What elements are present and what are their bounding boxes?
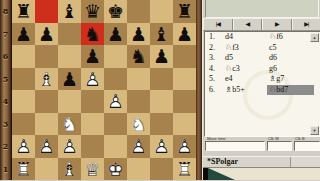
- rank-label-5: 5: [0, 68, 11, 91]
- square-c8[interactable]: ♝: [58, 0, 81, 23]
- go-to-start-button[interactable]: |◀: [203, 19, 233, 30]
- rank-label-1: 1: [0, 158, 11, 181]
- white-bishop-b5: ♝♗: [35, 68, 58, 91]
- square-d3[interactable]: [81, 113, 104, 136]
- clock-black-field[interactable]: [294, 141, 320, 151]
- square-a4[interactable]: [12, 90, 35, 113]
- white-pawn-c2: ♟♙: [58, 135, 81, 158]
- square-e3[interactable]: [104, 113, 127, 136]
- scroll-down-button[interactable]: ▼: [310, 126, 319, 135]
- step-back-button[interactable]: ◀: [233, 19, 263, 30]
- square-g1[interactable]: [150, 158, 173, 181]
- move-row-3: 3.d5d6: [205, 53, 320, 64]
- white-move[interactable]: ♘f3: [225, 43, 239, 54]
- move-number: 3.: [209, 53, 215, 64]
- rank-label-3: 3: [0, 113, 11, 136]
- square-f6[interactable]: ♞: [127, 45, 150, 68]
- black-pawn-h7: ♟: [173, 23, 196, 46]
- square-b1[interactable]: [35, 158, 58, 181]
- white-pawn-d5: ♟♙: [81, 68, 104, 91]
- square-g4[interactable]: [150, 90, 173, 113]
- game-caption-bar: *SPolgar: [203, 156, 320, 168]
- square-g7[interactable]: ♝: [150, 23, 173, 46]
- black-bishop-c8: ♝: [58, 0, 81, 23]
- move-number: 2.: [209, 43, 215, 54]
- white-move[interactable]: d4: [225, 32, 233, 43]
- square-a7[interactable]: ♟: [12, 23, 35, 46]
- square-g2[interactable]: ♟♙: [150, 135, 173, 158]
- black-queen-d8: ♛: [81, 0, 104, 23]
- move-row-1: 1.d4♘f6: [205, 32, 320, 43]
- black-rook-a8: ♜: [12, 0, 35, 23]
- moves-container: 1.d4♘f62.♘f3c53.d5d64.♘c3g65.e4♗g76.♗b5+…: [205, 32, 320, 95]
- black-pawn-b7: ♟: [35, 23, 58, 46]
- move-row-2: 2.♘f3c5: [205, 43, 320, 54]
- black-pawn-e7: ♟: [104, 23, 127, 46]
- move-number: 1.: [209, 32, 215, 43]
- square-c1[interactable]: ♝♗: [58, 158, 81, 181]
- square-f2[interactable]: ♟♙: [127, 135, 150, 158]
- square-e7[interactable]: ♟: [104, 23, 127, 46]
- square-h8[interactable]: ♜: [173, 0, 196, 23]
- black-pawn-c5: ♟: [58, 68, 81, 91]
- white-pawn-a2: ♟♙: [12, 135, 35, 158]
- square-h5[interactable]: [173, 68, 196, 91]
- black-bishop-g7: ♝: [150, 23, 173, 46]
- move-row-5: 5.e4♗g7: [205, 74, 320, 85]
- white-pawn-g2: ♟♙: [150, 135, 173, 158]
- square-h1[interactable]: ♜♖: [173, 158, 196, 181]
- square-c7[interactable]: [58, 23, 81, 46]
- square-c2[interactable]: ♟♙: [58, 135, 81, 158]
- rank-label-8: 8: [0, 0, 11, 23]
- square-b7[interactable]: ♟: [35, 23, 58, 46]
- white-move[interactable]: d5: [225, 53, 233, 64]
- square-a1[interactable]: ♜♖: [12, 158, 35, 181]
- square-b2[interactable]: ♟♙: [35, 135, 58, 158]
- square-b4[interactable]: [35, 90, 58, 113]
- square-e1[interactable]: ♚♔: [104, 158, 127, 181]
- square-f8[interactable]: [127, 0, 150, 23]
- board-rank-labels: 87654321: [0, 0, 12, 180]
- move-number: 4.: [209, 64, 215, 75]
- square-a5[interactable]: [12, 68, 35, 91]
- square-e5[interactable]: [104, 68, 127, 91]
- white-move[interactable]: ♗b5+: [225, 85, 245, 96]
- white-pawn-h2: ♟♙: [173, 135, 196, 158]
- square-d6[interactable]: ♟: [81, 45, 104, 68]
- chess-board[interactable]: ♜♝♛♚♜♟♟♞♟♟♝♟♟♞♟♝♗♟♟♙♟♙♞♘♞♘♟♙♟♙♟♙♟♙♟♙♟♙♜♖…: [12, 0, 196, 180]
- black-move[interactable]: ♘bd7: [267, 85, 314, 96]
- black-move[interactable]: d6: [267, 53, 314, 64]
- scroll-up-button[interactable]: ▲: [310, 33, 319, 42]
- black-pawn-d6: ♟: [81, 45, 104, 68]
- square-d5[interactable]: ♟♙: [81, 68, 104, 91]
- square-d1[interactable]: ♛♕: [81, 158, 104, 181]
- square-e8[interactable]: ♚: [104, 0, 127, 23]
- square-b6[interactable]: [35, 45, 58, 68]
- square-d8[interactable]: ♛: [81, 0, 104, 23]
- board-frame: 87654321 ♜♝♛♚♜♟♟♞♟♟♝♟♟♞♟♝♗♟♟♙♟♙♞♘♞♘♟♙♟♙♟…: [0, 0, 202, 180]
- square-h2[interactable]: ♟♙: [173, 135, 196, 158]
- square-h7[interactable]: ♟: [173, 23, 196, 46]
- black-move[interactable]: ♘f6: [267, 32, 314, 43]
- vcr-controls: |◀◀▶▶|: [203, 18, 320, 31]
- square-f5[interactable]: [127, 68, 150, 91]
- white-knight-c3: ♞♘: [58, 113, 81, 136]
- black-king-e8: ♚: [104, 0, 127, 23]
- black-pawn-g6: ♟: [150, 45, 173, 68]
- square-b5[interactable]: ♝♗: [35, 68, 58, 91]
- game-title[interactable]: *SPolgar: [203, 157, 291, 167]
- caption-bar-spacer: [291, 157, 320, 167]
- square-b3[interactable]: [35, 113, 58, 136]
- white-move[interactable]: ♘c3: [225, 64, 240, 75]
- move-time-field[interactable]: [205, 141, 265, 151]
- square-c5[interactable]: ♟: [58, 68, 81, 91]
- white-pawn-e4: ♟♙: [104, 90, 127, 113]
- white-rook-h1: ♜♖: [173, 158, 196, 181]
- rank-label-6: 6: [0, 45, 11, 68]
- square-h6[interactable]: [173, 45, 196, 68]
- square-g3[interactable]: [150, 113, 173, 136]
- black-move[interactable]: c5: [267, 43, 314, 54]
- sliver-black-edge: [203, 168, 208, 180]
- square-g5[interactable]: [150, 68, 173, 91]
- square-f4[interactable]: [127, 90, 150, 113]
- go-to-end-button[interactable]: ▶|: [292, 19, 320, 30]
- black-pawn-a7: ♟: [12, 23, 35, 46]
- move-number: 5.: [209, 74, 215, 85]
- square-g6[interactable]: ♟: [150, 45, 173, 68]
- square-a3[interactable]: [12, 113, 35, 136]
- square-d7[interactable]: ♞: [81, 23, 104, 46]
- white-knight-f3: ♞♘: [127, 113, 150, 136]
- move-number: 6.: [209, 85, 215, 96]
- square-c4[interactable]: [58, 90, 81, 113]
- black-pawn-f7: ♟: [127, 23, 150, 46]
- black-move[interactable]: g6: [267, 64, 314, 75]
- lower-window-sliver: [203, 168, 320, 180]
- square-f1[interactable]: [127, 158, 150, 181]
- white-pawn-f2: ♟♙: [127, 135, 150, 158]
- white-queen-d1: ♛♕: [81, 158, 104, 181]
- square-g8[interactable]: [150, 0, 173, 23]
- square-d2[interactable]: [81, 135, 104, 158]
- square-e4[interactable]: ♟♙: [104, 90, 127, 113]
- rank-label-7: 7: [0, 23, 11, 46]
- square-a2[interactable]: ♟♙: [12, 135, 35, 158]
- square-h4[interactable]: [173, 90, 196, 113]
- black-rook-h8: ♜: [173, 0, 196, 23]
- notation-panel: |◀◀▶▶| 1.d4♘f62.♘f3c53.d5d64.♘c3g65.e4♗g…: [202, 0, 320, 180]
- square-c6[interactable]: [58, 45, 81, 68]
- white-king-e1: ♚♔: [104, 158, 127, 181]
- square-c3[interactable]: ♞♘: [58, 113, 81, 136]
- square-e2[interactable]: [104, 135, 127, 158]
- black-knight-d7: ♞: [81, 23, 104, 46]
- black-move[interactable]: ♗g7: [267, 74, 314, 85]
- corner-triangle-graphic: [208, 168, 235, 180]
- square-f3[interactable]: ♞♘: [127, 113, 150, 136]
- clock-white-field[interactable]: [267, 141, 292, 151]
- rank-label-4: 4: [0, 90, 11, 113]
- white-rook-a1: ♜♖: [12, 158, 35, 181]
- square-a8[interactable]: ♜: [12, 0, 35, 23]
- white-move[interactable]: e4: [225, 74, 233, 85]
- annotation-box: [205, 0, 319, 18]
- move-row-4: 4.♘c3g6: [205, 64, 320, 75]
- rank-label-2: 2: [0, 135, 11, 158]
- move-row-6: 6.♗b5+♘bd7: [205, 85, 320, 96]
- square-a6[interactable]: [12, 45, 35, 68]
- black-knight-f6: ♞: [127, 45, 150, 68]
- square-e6[interactable]: [104, 45, 127, 68]
- white-bishop-c1: ♝♗: [58, 158, 81, 181]
- step-forward-button[interactable]: ▶: [262, 19, 292, 30]
- square-f7[interactable]: ♟: [127, 23, 150, 46]
- move-list[interactable]: 1.d4♘f62.♘f3c53.d5d64.♘c3g65.e4♗g76.♗b5+…: [204, 31, 320, 137]
- square-h3[interactable]: [173, 113, 196, 136]
- white-pawn-b2: ♟♙: [35, 135, 58, 158]
- square-b8[interactable]: [35, 0, 58, 23]
- square-d4[interactable]: [81, 90, 104, 113]
